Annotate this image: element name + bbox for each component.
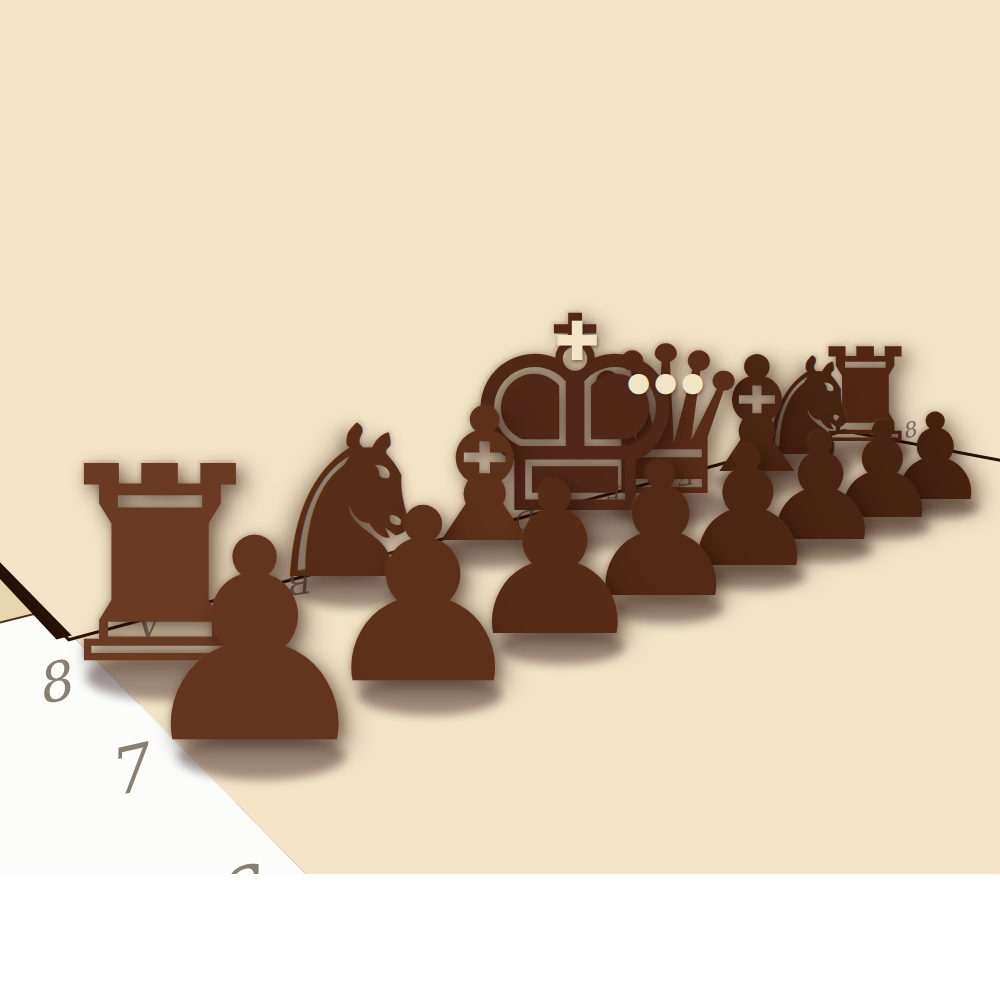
product-photo: 8877665544332211ABCDEFGH ♜♞♝♚✚♛●●●♝♞♜♟♟♟…: [0, 0, 1000, 1000]
king-cream-cross: ✚: [554, 315, 599, 369]
queen-cream-balls: ●●●: [627, 368, 708, 395]
piece-a7-pawn: ♟: [129, 502, 380, 782]
photo-crop-mask: [0, 874, 1000, 1000]
pieces-layer: ♜♞♝♚✚♛●●●♝♞♜♟♟♟♟♟♟♟♟: [0, 0, 1000, 1000]
